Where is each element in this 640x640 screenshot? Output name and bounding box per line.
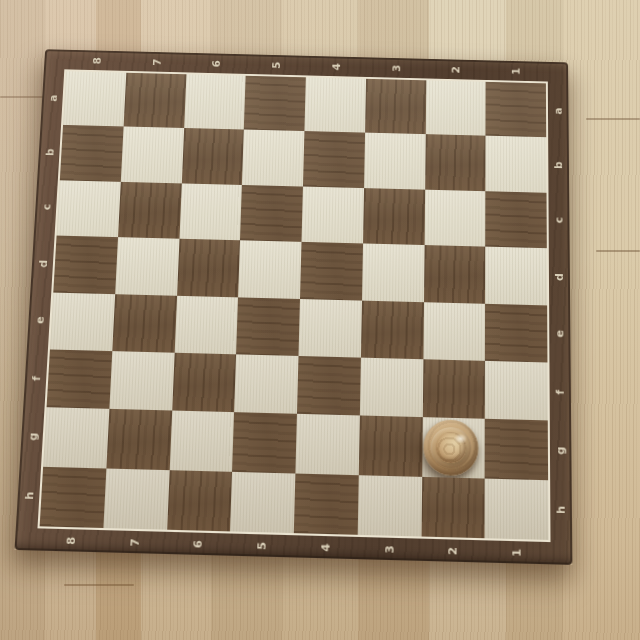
square-e6[interactable]	[174, 295, 238, 354]
coord-label-top-2: 2	[451, 66, 462, 73]
coord-label-right-a: a	[552, 107, 563, 114]
square-d2[interactable]	[424, 245, 486, 303]
coord-label-right-c: c	[553, 217, 564, 224]
floor-plank-seam	[64, 584, 134, 586]
square-h5[interactable]	[230, 471, 295, 533]
square-d7[interactable]	[115, 237, 179, 295]
square-d5[interactable]	[238, 240, 301, 298]
pawn-highlight	[454, 433, 467, 444]
board-grid	[40, 71, 549, 540]
square-g5[interactable]	[232, 412, 297, 473]
square-a7[interactable]	[123, 73, 186, 129]
coord-label-top-8: 8	[91, 57, 102, 64]
coord-label-right-g: g	[555, 446, 566, 454]
coord-label-bottom-4: 4	[320, 543, 332, 551]
square-b3[interactable]	[364, 133, 425, 189]
square-d8[interactable]	[53, 236, 117, 294]
square-g7[interactable]	[106, 409, 172, 470]
square-c6[interactable]	[179, 183, 242, 240]
white-pawn[interactable]	[423, 419, 478, 476]
square-b5[interactable]	[242, 130, 304, 186]
square-g8[interactable]	[43, 407, 109, 468]
coord-label-right-d: d	[553, 273, 564, 281]
floor-plank-seam	[586, 118, 640, 120]
coord-label-top-5: 5	[271, 62, 282, 69]
square-g3[interactable]	[359, 416, 423, 477]
square-h1[interactable]	[485, 478, 549, 540]
square-a2[interactable]	[425, 80, 486, 136]
square-b7[interactable]	[121, 127, 184, 183]
square-f2[interactable]	[422, 359, 485, 419]
coord-label-left-f: f	[30, 375, 41, 380]
square-a3[interactable]	[365, 79, 426, 135]
square-b4[interactable]	[303, 131, 365, 187]
board-playing-area	[37, 69, 550, 542]
coord-label-left-d: d	[37, 259, 48, 267]
square-a5[interactable]	[244, 76, 306, 132]
square-e2[interactable]	[423, 302, 485, 361]
square-c8[interactable]	[57, 180, 121, 237]
chess-board: 8765432187654321abcdefghabcdefgh	[14, 49, 572, 565]
square-b1[interactable]	[486, 136, 547, 193]
square-c3[interactable]	[363, 188, 425, 245]
coord-label-bottom-1: 1	[511, 549, 522, 557]
coord-label-left-b: b	[44, 148, 55, 156]
square-h4[interactable]	[294, 473, 359, 535]
square-g4[interactable]	[295, 414, 359, 475]
coord-label-top-3: 3	[391, 65, 402, 72]
square-c7[interactable]	[118, 182, 182, 239]
coord-label-left-c: c	[41, 204, 52, 211]
square-g2[interactable]	[422, 417, 485, 478]
square-e7[interactable]	[112, 294, 177, 353]
square-a6[interactable]	[184, 74, 246, 130]
coord-label-left-a: a	[47, 94, 58, 101]
coord-label-bottom-6: 6	[192, 540, 204, 548]
coord-label-top-4: 4	[331, 63, 342, 70]
coord-label-top-6: 6	[211, 60, 222, 67]
square-h3[interactable]	[357, 475, 421, 537]
square-a4[interactable]	[304, 77, 365, 133]
square-h8[interactable]	[40, 466, 107, 528]
square-e1[interactable]	[485, 303, 547, 362]
square-a1[interactable]	[486, 82, 546, 138]
square-c5[interactable]	[240, 185, 303, 242]
coord-label-left-g: g	[27, 432, 39, 440]
square-f3[interactable]	[360, 357, 423, 417]
square-e5[interactable]	[236, 297, 300, 356]
board-frame: 8765432187654321abcdefghabcdefgh	[14, 49, 572, 565]
coord-label-bottom-8: 8	[65, 537, 77, 545]
coord-label-bottom-5: 5	[256, 542, 268, 550]
coord-label-bottom-3: 3	[383, 545, 394, 553]
square-e3[interactable]	[361, 300, 424, 359]
coord-label-top-1: 1	[511, 68, 522, 75]
square-b8[interactable]	[60, 125, 124, 181]
square-d3[interactable]	[362, 244, 424, 302]
coord-label-bottom-7: 7	[128, 538, 140, 546]
square-a8[interactable]	[63, 71, 126, 127]
square-h6[interactable]	[167, 470, 233, 532]
coord-label-top-7: 7	[151, 59, 162, 66]
square-e8[interactable]	[50, 292, 115, 351]
scene: 8765432187654321abcdefghabcdefgh	[0, 0, 640, 640]
coord-label-left-h: h	[23, 492, 35, 500]
square-d1[interactable]	[485, 247, 547, 305]
square-f8[interactable]	[47, 349, 112, 409]
coord-label-right-e: e	[554, 330, 565, 338]
square-f7[interactable]	[109, 351, 174, 411]
square-f6[interactable]	[172, 353, 237, 413]
square-f4[interactable]	[297, 356, 361, 416]
square-d6[interactable]	[177, 239, 241, 297]
coord-label-right-h: h	[555, 506, 566, 515]
square-b6[interactable]	[181, 128, 244, 184]
square-c4[interactable]	[301, 186, 363, 243]
square-b2[interactable]	[425, 134, 486, 190]
square-f1[interactable]	[485, 361, 548, 421]
square-h2[interactable]	[421, 476, 485, 538]
square-c1[interactable]	[485, 191, 546, 248]
square-g6[interactable]	[169, 411, 234, 472]
square-e4[interactable]	[298, 299, 361, 358]
coord-label-right-f: f	[554, 389, 565, 394]
coord-label-left-e: e	[34, 316, 45, 324]
coord-label-right-b: b	[553, 161, 564, 169]
square-f5[interactable]	[234, 354, 298, 414]
square-g1[interactable]	[485, 419, 548, 480]
square-d4[interactable]	[300, 242, 363, 300]
square-h7[interactable]	[103, 468, 169, 530]
floor-plank-seam	[596, 250, 640, 252]
coord-label-bottom-2: 2	[447, 547, 458, 555]
square-c2[interactable]	[424, 189, 485, 246]
